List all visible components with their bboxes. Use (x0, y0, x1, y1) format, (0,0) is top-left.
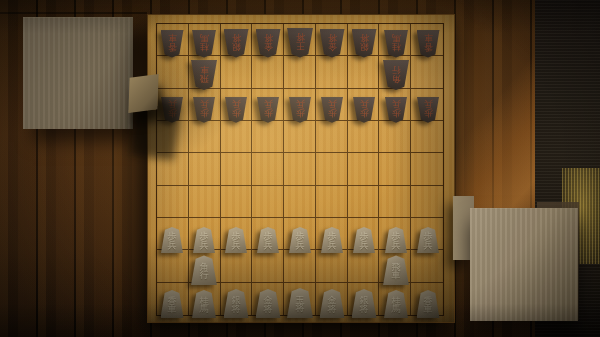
piece-kanji: 歩兵 (423, 232, 434, 249)
piece-kanji: 香車 (167, 34, 178, 51)
piece-kanji: 歩兵 (359, 232, 370, 249)
piece-kanji: 歩兵 (391, 232, 402, 249)
piece-kanji: 歩兵 (263, 100, 274, 117)
piece-kanji: 歩兵 (359, 100, 370, 117)
piece-kanji: 歩兵 (391, 100, 402, 117)
piece-kanji: 銀将 (359, 296, 370, 313)
piece-gote-rook-8b[interactable]: 飛車 (191, 60, 217, 90)
piece-sente-gold-4i[interactable]: 金将 (320, 289, 345, 318)
piece-sente-king-5i[interactable]: 玉将 (287, 288, 313, 318)
pieces-layer: 香車桂馬銀将金将王将金将銀将桂馬香車飛車角行歩兵歩兵歩兵歩兵歩兵歩兵歩兵歩兵歩兵… (156, 23, 444, 316)
piece-gote-silver-7a[interactable]: 銀将 (224, 29, 249, 58)
piece-sente-knight-8i[interactable]: 桂馬 (192, 290, 216, 318)
piece-kanji: 王将 (295, 33, 306, 50)
piece-kanji: 香車 (167, 297, 178, 314)
piece-kanji: 金将 (327, 296, 338, 313)
piece-kanji: 桂馬 (199, 297, 210, 314)
piece-sente-pawn-2g[interactable]: 歩兵 (385, 227, 407, 253)
piece-sente-pawn-9g[interactable]: 歩兵 (161, 227, 183, 253)
piece-kanji: 銀将 (359, 34, 370, 51)
piece-kanji: 角行 (199, 263, 210, 280)
piece-kanji: 歩兵 (295, 232, 306, 249)
wood-wedge (128, 74, 158, 113)
piece-gote-bishop-2b[interactable]: 角行 (383, 60, 409, 90)
piece-kanji: 歩兵 (199, 232, 210, 249)
piece-sente-gold-6i[interactable]: 金将 (256, 289, 281, 318)
piece-kanji: 歩兵 (327, 232, 338, 249)
piece-kanji: 歩兵 (231, 232, 242, 249)
piece-kanji: 金将 (263, 296, 274, 313)
piece-kanji: 香車 (423, 297, 434, 314)
piece-kanji: 歩兵 (231, 100, 242, 117)
piece-gote-pawn-2c[interactable]: 歩兵 (385, 97, 407, 123)
piece-sente-silver-3i[interactable]: 銀将 (352, 289, 377, 318)
piece-gote-king-5a[interactable]: 王将 (287, 28, 313, 58)
piece-kanji: 飛車 (199, 66, 210, 83)
piece-sente-pawn-7g[interactable]: 歩兵 (225, 227, 247, 253)
piece-gote-pawn-6c[interactable]: 歩兵 (257, 97, 279, 123)
piece-sente-bishop-8h[interactable]: 角行 (191, 255, 217, 285)
piece-sente-pawn-3g[interactable]: 歩兵 (353, 227, 375, 253)
piece-gote-knight-2a[interactable]: 桂馬 (384, 30, 408, 58)
piece-gote-pawn-3c[interactable]: 歩兵 (353, 97, 375, 123)
piece-sente-silver-7i[interactable]: 銀将 (224, 289, 249, 318)
piece-kanji: 金将 (327, 34, 338, 51)
piece-kanji: 角行 (391, 66, 402, 83)
piece-sente-pawn-1g[interactable]: 歩兵 (417, 227, 439, 253)
komadai-top-left (23, 17, 133, 129)
piece-gote-pawn-7c[interactable]: 歩兵 (225, 97, 247, 123)
shogi-board: 香車桂馬銀将金将王将金将銀将桂馬香車飛車角行歩兵歩兵歩兵歩兵歩兵歩兵歩兵歩兵歩兵… (147, 14, 455, 323)
piece-kanji: 歩兵 (263, 232, 274, 249)
game-screen: 香車桂馬銀将金将王将金将銀将桂馬香車飛車角行歩兵歩兵歩兵歩兵歩兵歩兵歩兵歩兵歩兵… (0, 0, 600, 337)
floor-plank-seam (0, 12, 147, 14)
piece-sente-pawn-8g[interactable]: 歩兵 (193, 227, 215, 253)
piece-sente-knight-2i[interactable]: 桂馬 (384, 290, 408, 318)
piece-kanji: 歩兵 (167, 232, 178, 249)
piece-kanji: 飛車 (391, 263, 402, 280)
piece-kanji: 歩兵 (423, 100, 434, 117)
piece-sente-rook-2h[interactable]: 飛車 (383, 255, 409, 285)
piece-kanji: 金将 (263, 34, 274, 51)
piece-kanji: 歩兵 (295, 100, 306, 117)
komadai-bottom-right (470, 208, 578, 321)
piece-gote-pawn-5c[interactable]: 歩兵 (289, 97, 311, 123)
piece-gote-silver-3a[interactable]: 銀将 (352, 29, 377, 58)
piece-kanji: 歩兵 (327, 100, 338, 117)
piece-gote-knight-8a[interactable]: 桂馬 (192, 30, 216, 58)
piece-gote-pawn-8c[interactable]: 歩兵 (193, 97, 215, 123)
piece-kanji: 銀将 (231, 34, 242, 51)
piece-gote-lance-1a[interactable]: 香車 (417, 30, 440, 58)
piece-sente-lance-1i[interactable]: 香車 (417, 290, 440, 318)
piece-kanji: 玉将 (295, 296, 306, 313)
piece-kanji: 銀将 (231, 296, 242, 313)
piece-kanji: 歩兵 (199, 100, 210, 117)
piece-sente-pawn-4g[interactable]: 歩兵 (321, 227, 343, 253)
piece-sente-pawn-5g[interactable]: 歩兵 (289, 227, 311, 253)
piece-kanji: 桂馬 (391, 34, 402, 51)
piece-gote-gold-6a[interactable]: 金将 (256, 29, 281, 58)
piece-gote-gold-4a[interactable]: 金将 (320, 29, 345, 58)
piece-sente-pawn-6g[interactable]: 歩兵 (257, 227, 279, 253)
piece-kanji: 桂馬 (199, 34, 210, 51)
piece-gote-pawn-4c[interactable]: 歩兵 (321, 97, 343, 123)
piece-sente-lance-9i[interactable]: 香車 (161, 290, 184, 318)
piece-gote-lance-9a[interactable]: 香車 (161, 30, 184, 58)
piece-gote-pawn-1c[interactable]: 歩兵 (417, 97, 439, 123)
piece-kanji: 桂馬 (391, 297, 402, 314)
piece-kanji: 香車 (423, 34, 434, 51)
